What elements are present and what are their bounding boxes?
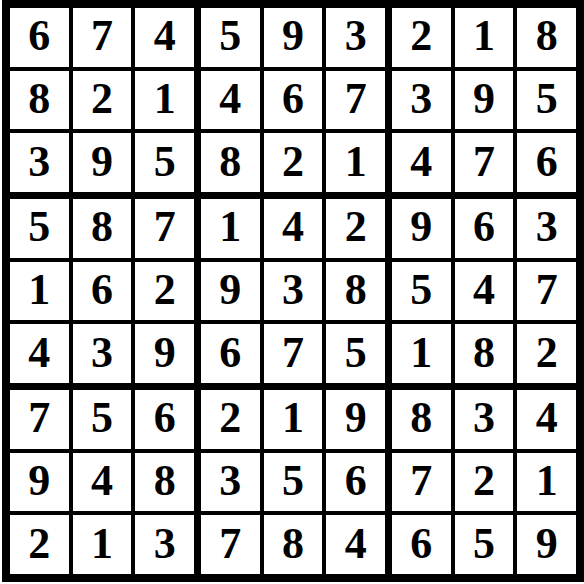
cell-r4c1[interactable]: 5	[10, 199, 69, 258]
cell-r9c6[interactable]: 4	[326, 515, 385, 574]
cell-r4c5[interactable]: 4	[264, 199, 323, 258]
cell-r5c7[interactable]: 5	[392, 262, 451, 321]
cell-r2c3[interactable]: 1	[135, 71, 194, 130]
cell-r1c1[interactable]: 6	[10, 8, 69, 67]
box-r2c2: 142938675	[201, 199, 385, 383]
cell-r5c3[interactable]: 2	[135, 262, 194, 321]
cell-r9c5[interactable]: 8	[264, 515, 323, 574]
cell-r3c2[interactable]: 9	[73, 133, 132, 192]
cell-r7c3[interactable]: 6	[135, 390, 194, 449]
cell-r4c9[interactable]: 3	[517, 199, 576, 258]
cell-r7c2[interactable]: 5	[73, 390, 132, 449]
cell-r3c4[interactable]: 8	[201, 133, 260, 192]
cell-r2c9[interactable]: 5	[517, 71, 576, 130]
cell-r7c1[interactable]: 7	[10, 390, 69, 449]
box-r1c3: 218395476	[392, 8, 576, 192]
cell-r9c7[interactable]: 6	[392, 515, 451, 574]
box-r1c1: 674821395	[10, 8, 194, 192]
cell-r5c9[interactable]: 7	[517, 262, 576, 321]
cell-r6c1[interactable]: 4	[10, 324, 69, 383]
cell-r2c1[interactable]: 8	[10, 71, 69, 130]
cell-r6c3[interactable]: 9	[135, 324, 194, 383]
cell-r4c7[interactable]: 9	[392, 199, 451, 258]
cell-r8c2[interactable]: 4	[73, 453, 132, 512]
cell-r6c2[interactable]: 3	[73, 324, 132, 383]
cell-r1c7[interactable]: 2	[392, 8, 451, 67]
cell-r8c9[interactable]: 1	[517, 453, 576, 512]
cell-r7c8[interactable]: 3	[455, 390, 514, 449]
cell-r6c4[interactable]: 6	[201, 324, 260, 383]
cell-r3c8[interactable]: 7	[455, 133, 514, 192]
cell-r4c4[interactable]: 1	[201, 199, 260, 258]
cell-r9c2[interactable]: 1	[73, 515, 132, 574]
cell-r5c2[interactable]: 6	[73, 262, 132, 321]
cell-r2c5[interactable]: 6	[264, 71, 323, 130]
cell-r6c5[interactable]: 7	[264, 324, 323, 383]
cell-r3c1[interactable]: 3	[10, 133, 69, 192]
sudoku-board: 6748213955934678212183954765871624391429…	[2, 0, 584, 582]
cell-r7c9[interactable]: 4	[517, 390, 576, 449]
cell-r1c4[interactable]: 5	[201, 8, 260, 67]
cell-r4c2[interactable]: 8	[73, 199, 132, 258]
cell-r7c4[interactable]: 2	[201, 390, 260, 449]
cell-r3c6[interactable]: 1	[326, 133, 385, 192]
cell-r5c1[interactable]: 1	[10, 262, 69, 321]
cell-r2c7[interactable]: 3	[392, 71, 451, 130]
cell-r4c8[interactable]: 6	[455, 199, 514, 258]
cell-r1c9[interactable]: 8	[517, 8, 576, 67]
box-r2c1: 587162439	[10, 199, 194, 383]
cell-r2c8[interactable]: 9	[455, 71, 514, 130]
cell-r4c6[interactable]: 2	[326, 199, 385, 258]
cell-r8c5[interactable]: 5	[264, 453, 323, 512]
box-r1c2: 593467821	[201, 8, 385, 192]
cell-r6c6[interactable]: 5	[326, 324, 385, 383]
cell-r6c9[interactable]: 2	[517, 324, 576, 383]
box-r3c3: 834721659	[392, 390, 576, 574]
box-r3c1: 756948213	[10, 390, 194, 574]
box-r3c2: 219356784	[201, 390, 385, 574]
cell-r8c4[interactable]: 3	[201, 453, 260, 512]
cell-r9c8[interactable]: 5	[455, 515, 514, 574]
cell-r4c3[interactable]: 7	[135, 199, 194, 258]
cell-r9c1[interactable]: 2	[10, 515, 69, 574]
cell-r8c1[interactable]: 9	[10, 453, 69, 512]
cell-r7c6[interactable]: 9	[326, 390, 385, 449]
cell-r2c6[interactable]: 7	[326, 71, 385, 130]
cell-r1c3[interactable]: 4	[135, 8, 194, 67]
cell-r3c5[interactable]: 2	[264, 133, 323, 192]
cell-r8c7[interactable]: 7	[392, 453, 451, 512]
cell-r5c5[interactable]: 3	[264, 262, 323, 321]
cell-r3c9[interactable]: 6	[517, 133, 576, 192]
cell-r8c8[interactable]: 2	[455, 453, 514, 512]
cell-r9c9[interactable]: 9	[517, 515, 576, 574]
cell-r1c5[interactable]: 9	[264, 8, 323, 67]
cell-r5c8[interactable]: 4	[455, 262, 514, 321]
cell-r1c2[interactable]: 7	[73, 8, 132, 67]
cell-r1c6[interactable]: 3	[326, 8, 385, 67]
cell-r5c6[interactable]: 8	[326, 262, 385, 321]
cell-r1c8[interactable]: 1	[455, 8, 514, 67]
box-r2c3: 963547182	[392, 199, 576, 383]
cell-r9c4[interactable]: 7	[201, 515, 260, 574]
cell-r8c6[interactable]: 6	[326, 453, 385, 512]
cell-r6c7[interactable]: 1	[392, 324, 451, 383]
cell-r8c3[interactable]: 8	[135, 453, 194, 512]
cell-r5c4[interactable]: 9	[201, 262, 260, 321]
cell-r9c3[interactable]: 3	[135, 515, 194, 574]
cell-r3c7[interactable]: 4	[392, 133, 451, 192]
cell-r2c4[interactable]: 4	[201, 71, 260, 130]
cell-r3c3[interactable]: 5	[135, 133, 194, 192]
cell-r6c8[interactable]: 8	[455, 324, 514, 383]
cell-r7c5[interactable]: 1	[264, 390, 323, 449]
sudoku-page: 6748213955934678212183954765871624391429…	[0, 0, 584, 584]
cell-r7c7[interactable]: 8	[392, 390, 451, 449]
cell-r2c2[interactable]: 2	[73, 71, 132, 130]
